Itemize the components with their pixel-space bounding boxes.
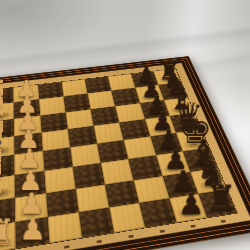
square[interactable] <box>79 207 114 237</box>
square[interactable]: ♟ <box>169 194 207 223</box>
square[interactable] <box>85 77 112 94</box>
perspective-wrapper: ♜♟♟♜♞♟♟♞♝♟♟♝♛♟♟♛♚♟♟♚♝♟♟♝♞♟♟♞♜♟♟♜ <box>0 0 250 250</box>
photo-scene: ♜♟♟♜♞♟♟♞♝♟♟♝♛♟♟♛♚♟♟♚♝♟♟♝♞♟♟♞♜♟♟♜ <box>0 0 250 250</box>
square[interactable] <box>73 163 105 188</box>
chess-board: ♜♟♟♜♞♟♟♞♝♟♟♝♛♟♟♛♚♟♟♚♝♟♟♝♞♟♟♞♜♟♟♜ <box>0 56 250 250</box>
square[interactable]: ♜ <box>0 222 16 250</box>
white-rook[interactable]: ♜ <box>0 214 21 250</box>
black-pawn[interactable]: ♟ <box>170 190 212 219</box>
